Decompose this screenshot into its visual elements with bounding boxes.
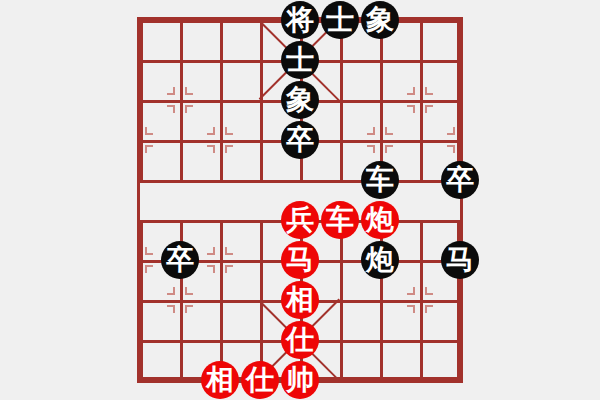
piece-black-advisor[interactable]: 士 (321, 1, 359, 39)
board-cell (420, 20, 460, 60)
piece-black-soldier[interactable]: 卒 (441, 161, 479, 199)
board-cell (340, 300, 380, 340)
marker-arm (145, 127, 153, 135)
board-cell (340, 60, 380, 100)
marker-arm (367, 127, 375, 135)
marker-arm (425, 105, 433, 113)
piece-black-elephant[interactable]: 象 (281, 81, 319, 119)
marker-arm (145, 145, 153, 153)
marker-arm (207, 247, 215, 255)
marker-arm (385, 127, 393, 135)
piece-black-general[interactable]: 将 (281, 1, 319, 39)
marker-arm (447, 145, 455, 153)
xiangqi-board[interactable]: 将士象士象卒车卒兵车炮卒马炮马相仕相仕帅 (137, 17, 463, 383)
marker-arm (185, 87, 193, 95)
marker-arm (425, 87, 433, 95)
marker-arm (225, 265, 233, 273)
piece-black-advisor[interactable]: 士 (281, 41, 319, 79)
marker-arm (145, 247, 153, 255)
piece-black-soldier[interactable]: 卒 (281, 121, 319, 159)
marker-arm (185, 305, 193, 313)
marker-arm (207, 127, 215, 135)
marker-arm (167, 305, 175, 313)
board-cell (420, 340, 460, 380)
marker-arm (225, 145, 233, 153)
marker-arm (167, 87, 175, 95)
marker-arm (225, 247, 233, 255)
board-cell (220, 180, 260, 220)
piece-black-cannon[interactable]: 炮 (361, 241, 399, 279)
piece-black-chariot[interactable]: 车 (361, 161, 399, 199)
board-cell (380, 340, 420, 380)
piece-red-general[interactable]: 帅 (281, 361, 319, 399)
marker-arm (407, 105, 415, 113)
board-cell (340, 340, 380, 380)
marker-arm (425, 305, 433, 313)
board-cell (140, 340, 180, 380)
marker-arm (185, 105, 193, 113)
piece-red-chariot[interactable]: 车 (321, 201, 359, 239)
board-cell (140, 20, 180, 60)
marker-arm (207, 145, 215, 153)
marker-arm (185, 287, 193, 295)
marker-arm (447, 127, 455, 135)
piece-red-advisor[interactable]: 仕 (241, 361, 279, 399)
piece-red-soldier[interactable]: 兵 (281, 201, 319, 239)
marker-arm (425, 287, 433, 295)
board-cell (140, 180, 180, 220)
board-cell (220, 60, 260, 100)
marker-arm (225, 127, 233, 135)
marker-arm (407, 305, 415, 313)
piece-black-soldier[interactable]: 卒 (161, 241, 199, 279)
piece-black-horse[interactable]: 马 (441, 241, 479, 279)
board-cell (180, 20, 220, 60)
piece-red-elephant[interactable]: 相 (201, 361, 239, 399)
marker-arm (367, 145, 375, 153)
piece-red-cannon[interactable]: 炮 (361, 201, 399, 239)
board-cell (180, 180, 220, 220)
board-cell (220, 300, 260, 340)
screen: 将士象士象卒车卒兵车炮卒马炮马相仕相仕帅 (0, 0, 600, 400)
marker-arm (145, 265, 153, 273)
marker-arm (407, 87, 415, 95)
marker-arm (167, 105, 175, 113)
piece-red-horse[interactable]: 马 (281, 241, 319, 279)
piece-red-advisor[interactable]: 仕 (281, 321, 319, 359)
marker-arm (407, 287, 415, 295)
piece-red-elephant[interactable]: 相 (281, 281, 319, 319)
marker-arm (385, 145, 393, 153)
marker-arm (167, 287, 175, 295)
piece-black-elephant[interactable]: 象 (361, 1, 399, 39)
marker-arm (207, 265, 215, 273)
board-cell (220, 20, 260, 60)
